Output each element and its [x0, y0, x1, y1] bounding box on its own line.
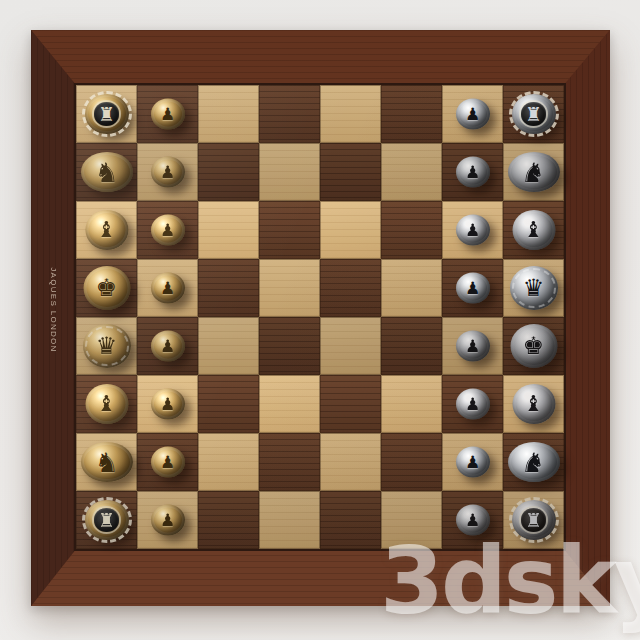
square-r7c2[interactable]: ♟ [137, 433, 198, 491]
pawn-glyph: ♟ [160, 454, 175, 471]
pawn-glyph: ♟ [160, 164, 175, 181]
piece-gold-pawn[interactable]: ♟ [151, 331, 185, 362]
square-r4c8[interactable]: ♛ [503, 259, 564, 317]
piece-gold-rook[interactable]: ♜ [85, 500, 129, 540]
square-r6c1[interactable]: ♝ [76, 375, 137, 433]
square-r8c7[interactable]: ♟ [442, 491, 503, 549]
king-glyph: ♚ [523, 334, 545, 358]
piece-gold-bishop[interactable]: ♝ [85, 210, 128, 250]
square-r6c2[interactable]: ♟ [137, 375, 198, 433]
knight-glyph: ♞ [94, 159, 118, 186]
pawn-glyph: ♟ [465, 164, 480, 181]
square-r4c5[interactable] [320, 259, 381, 317]
square-r1c8[interactable]: ♜ [503, 85, 564, 143]
piece-silver-knight[interactable]: ♞ [508, 152, 560, 192]
square-r4c4[interactable] [259, 259, 320, 317]
square-r8c5[interactable] [320, 491, 381, 549]
square-r3c7[interactable]: ♟ [442, 201, 503, 259]
square-r2c8[interactable]: ♞ [503, 143, 564, 201]
queen-glyph: ♛ [96, 334, 118, 358]
board-frame-right [564, 30, 610, 606]
board-frame-bottom [31, 549, 610, 606]
square-r2c2[interactable]: ♟ [137, 143, 198, 201]
piece-silver-king[interactable]: ♚ [510, 324, 557, 368]
piece-silver-rook[interactable]: ♜ [512, 94, 556, 134]
square-r4c1[interactable]: ♚ [76, 259, 137, 317]
pawn-glyph: ♟ [160, 396, 175, 413]
square-r6c8[interactable]: ♝ [503, 375, 564, 433]
square-r5c3[interactable] [198, 317, 259, 375]
square-r4c6[interactable] [381, 259, 442, 317]
board-frame-top [31, 30, 610, 85]
pawn-glyph: ♟ [160, 106, 175, 123]
square-r2c1[interactable]: ♞ [76, 143, 137, 201]
square-r2c3[interactable] [198, 143, 259, 201]
square-r6c3[interactable] [198, 375, 259, 433]
square-r3c5[interactable] [320, 201, 381, 259]
square-r1c7[interactable]: ♟ [442, 85, 503, 143]
piece-gold-king[interactable]: ♚ [83, 266, 130, 310]
square-r5c1[interactable]: ♛ [76, 317, 137, 375]
piece-gold-pawn[interactable]: ♟ [151, 389, 185, 420]
square-r6c4[interactable] [259, 375, 320, 433]
pawn-glyph: ♟ [160, 280, 175, 297]
rook-glyph: ♜ [98, 511, 115, 530]
square-r5c7[interactable]: ♟ [442, 317, 503, 375]
pawn-glyph: ♟ [465, 106, 480, 123]
piece-silver-pawn[interactable]: ♟ [456, 99, 490, 130]
piece-gold-pawn[interactable]: ♟ [151, 215, 185, 246]
piece-gold-knight[interactable]: ♞ [81, 442, 133, 482]
scene: ♜♟♟♜♞♟♟♞♝♟♟♝♚♟♟♛♛♟♟♚♝♟♟♝♞♟♟♞♜♟♟♜ JAQUES … [0, 0, 640, 640]
bishop-glyph: ♝ [524, 393, 544, 415]
square-r4c3[interactable] [198, 259, 259, 317]
rook-glyph: ♜ [525, 511, 542, 530]
square-r2c5[interactable] [320, 143, 381, 201]
maker-engraving: JAQUES LONDON [49, 267, 58, 352]
piece-silver-bishop[interactable]: ♝ [512, 210, 555, 250]
piece-silver-queen[interactable]: ♛ [510, 266, 558, 310]
piece-silver-rook[interactable]: ♜ [512, 500, 556, 540]
piece-gold-pawn[interactable]: ♟ [151, 505, 185, 536]
square-r6c5[interactable] [320, 375, 381, 433]
square-r8c4[interactable] [259, 491, 320, 549]
pawn-glyph: ♟ [465, 280, 480, 297]
piece-silver-pawn[interactable]: ♟ [456, 273, 490, 304]
piece-silver-pawn[interactable]: ♟ [456, 505, 490, 536]
square-r3c3[interactable] [198, 201, 259, 259]
square-r1c5[interactable] [320, 85, 381, 143]
chess-board: ♜♟♟♜♞♟♟♞♝♟♟♝♚♟♟♛♛♟♟♚♝♟♟♝♞♟♟♞♜♟♟♜ [31, 30, 610, 606]
square-r7c1[interactable]: ♞ [76, 433, 137, 491]
knight-glyph: ♞ [521, 159, 545, 186]
square-r1c2[interactable]: ♟ [137, 85, 198, 143]
square-r5c5[interactable] [320, 317, 381, 375]
pawn-glyph: ♟ [160, 222, 175, 239]
pawn-glyph: ♟ [465, 454, 480, 471]
square-r8c2[interactable]: ♟ [137, 491, 198, 549]
rook-glyph: ♜ [98, 105, 115, 124]
pawn-glyph: ♟ [465, 222, 480, 239]
square-r8c3[interactable] [198, 491, 259, 549]
rook-glyph: ♜ [525, 105, 542, 124]
square-r6c7[interactable]: ♟ [442, 375, 503, 433]
square-r8c1[interactable]: ♜ [76, 491, 137, 549]
square-r5c2[interactable]: ♟ [137, 317, 198, 375]
piece-gold-pawn[interactable]: ♟ [151, 447, 185, 478]
bishop-glyph: ♝ [97, 219, 117, 241]
square-r7c4[interactable] [259, 433, 320, 491]
piece-silver-knight[interactable]: ♞ [508, 442, 560, 482]
piece-gold-rook[interactable]: ♜ [85, 94, 129, 134]
square-r2c7[interactable]: ♟ [442, 143, 503, 201]
bishop-glyph: ♝ [97, 393, 117, 415]
square-r7c8[interactable]: ♞ [503, 433, 564, 491]
square-r1c3[interactable] [198, 85, 259, 143]
square-r4c2[interactable]: ♟ [137, 259, 198, 317]
pawn-glyph: ♟ [160, 338, 175, 355]
pawn-glyph: ♟ [465, 338, 480, 355]
pawn-glyph: ♟ [160, 512, 175, 529]
piece-gold-bishop[interactable]: ♝ [85, 384, 128, 424]
square-r7c7[interactable]: ♟ [442, 433, 503, 491]
king-glyph: ♚ [96, 276, 118, 300]
queen-glyph: ♛ [523, 276, 545, 300]
square-r7c5[interactable] [320, 433, 381, 491]
piece-silver-pawn[interactable]: ♟ [456, 389, 490, 420]
square-r7c3[interactable] [198, 433, 259, 491]
square-r1c1[interactable]: ♜ [76, 85, 137, 143]
square-r3c6[interactable] [381, 201, 442, 259]
piece-gold-pawn[interactable]: ♟ [151, 157, 185, 188]
square-r1c6[interactable] [381, 85, 442, 143]
piece-silver-pawn[interactable]: ♟ [456, 215, 490, 246]
square-r3c4[interactable] [259, 201, 320, 259]
square-r6c6[interactable] [381, 375, 442, 433]
piece-gold-knight[interactable]: ♞ [81, 152, 133, 192]
knight-glyph: ♞ [94, 449, 118, 476]
piece-silver-pawn[interactable]: ♟ [456, 447, 490, 478]
piece-silver-bishop[interactable]: ♝ [512, 384, 555, 424]
square-r2c4[interactable] [259, 143, 320, 201]
bishop-glyph: ♝ [524, 219, 544, 241]
square-r5c4[interactable] [259, 317, 320, 375]
square-r8c6[interactable] [381, 491, 442, 549]
piece-gold-queen[interactable]: ♛ [83, 324, 131, 368]
square-r4c7[interactable]: ♟ [442, 259, 503, 317]
board-squares-grid: ♜♟♟♜♞♟♟♞♝♟♟♝♚♟♟♛♛♟♟♚♝♟♟♝♞♟♟♞♜♟♟♜ [76, 85, 564, 549]
square-r3c2[interactable]: ♟ [137, 201, 198, 259]
square-r3c8[interactable]: ♝ [503, 201, 564, 259]
square-r5c6[interactable] [381, 317, 442, 375]
piece-gold-pawn[interactable]: ♟ [151, 99, 185, 130]
piece-silver-pawn[interactable]: ♟ [456, 331, 490, 362]
knight-glyph: ♞ [521, 449, 545, 476]
pawn-glyph: ♟ [465, 396, 480, 413]
square-r2c6[interactable] [381, 143, 442, 201]
pawn-glyph: ♟ [465, 512, 480, 529]
square-r5c8[interactable]: ♚ [503, 317, 564, 375]
piece-gold-pawn[interactable]: ♟ [151, 273, 185, 304]
square-r3c1[interactable]: ♝ [76, 201, 137, 259]
square-r8c8[interactable]: ♜ [503, 491, 564, 549]
square-r7c6[interactable] [381, 433, 442, 491]
square-r1c4[interactable] [259, 85, 320, 143]
piece-silver-pawn[interactable]: ♟ [456, 157, 490, 188]
